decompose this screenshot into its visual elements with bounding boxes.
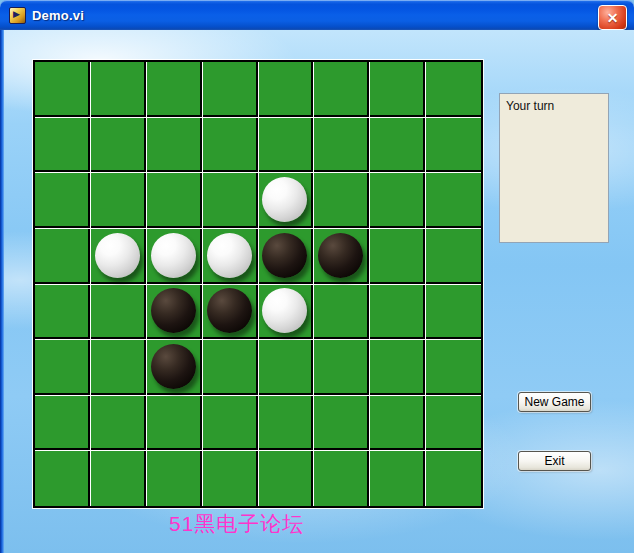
board-cell[interactable]	[35, 285, 90, 340]
board-cell[interactable]	[35, 229, 90, 284]
board-cell[interactable]	[426, 396, 481, 451]
board-cell[interactable]	[370, 118, 425, 173]
board-cell[interactable]	[370, 451, 425, 506]
board-cell[interactable]	[91, 285, 146, 340]
board-cell[interactable]	[147, 118, 202, 173]
board-cell[interactable]	[91, 451, 146, 506]
board-cell[interactable]	[147, 229, 202, 284]
board-cell[interactable]	[35, 396, 90, 451]
close-icon: ✕	[607, 11, 619, 25]
window-left-border	[0, 30, 4, 553]
board-cell[interactable]	[203, 451, 258, 506]
board-cell[interactable]	[370, 229, 425, 284]
new-game-button[interactable]: New Game	[518, 392, 591, 412]
status-text: Your turn	[506, 99, 554, 113]
board-cell[interactable]	[259, 62, 314, 117]
labview-vi-icon	[9, 7, 26, 24]
board-cell[interactable]	[35, 118, 90, 173]
board-cell[interactable]	[426, 62, 481, 117]
board-cell[interactable]	[370, 62, 425, 117]
board-cell[interactable]	[35, 62, 90, 117]
board-cell[interactable]	[91, 340, 146, 395]
board-cell[interactable]	[314, 451, 369, 506]
close-button[interactable]: ✕	[598, 5, 627, 30]
white-piece	[262, 288, 307, 333]
app-window: Demo.vi ✕ Your turn New Game Exit 51黑电子论…	[0, 0, 634, 553]
board-cell[interactable]	[259, 451, 314, 506]
board-cell[interactable]	[147, 285, 202, 340]
board-cell[interactable]	[426, 340, 481, 395]
exit-button[interactable]: Exit	[518, 451, 591, 471]
status-panel: Your turn	[499, 93, 609, 243]
board-cell[interactable]	[259, 173, 314, 228]
black-piece	[151, 344, 196, 389]
black-piece	[151, 288, 196, 333]
board-cell[interactable]	[314, 229, 369, 284]
board-cell[interactable]	[91, 229, 146, 284]
board-cell[interactable]	[426, 451, 481, 506]
white-piece	[262, 177, 307, 222]
board	[33, 60, 483, 508]
board-cell[interactable]	[35, 451, 90, 506]
board-cell[interactable]	[370, 173, 425, 228]
titlebar[interactable]: Demo.vi ✕	[0, 0, 634, 30]
board-cell[interactable]	[314, 396, 369, 451]
board-cell[interactable]	[314, 285, 369, 340]
board-cell[interactable]	[370, 396, 425, 451]
board-cell[interactable]	[259, 285, 314, 340]
black-piece	[262, 233, 307, 278]
board-cell[interactable]	[259, 229, 314, 284]
board-cell[interactable]	[91, 118, 146, 173]
board-cell[interactable]	[259, 340, 314, 395]
board-cell[interactable]	[203, 62, 258, 117]
board-cell[interactable]	[259, 396, 314, 451]
board-cell[interactable]	[91, 173, 146, 228]
board-cell[interactable]	[314, 118, 369, 173]
board-cell[interactable]	[203, 173, 258, 228]
board-cell[interactable]	[91, 62, 146, 117]
board-cell[interactable]	[426, 229, 481, 284]
board-cell[interactable]	[35, 340, 90, 395]
board-cell[interactable]	[259, 118, 314, 173]
board-cell[interactable]	[147, 173, 202, 228]
board-cell[interactable]	[426, 285, 481, 340]
board-cell[interactable]	[147, 340, 202, 395]
new-game-button-label: New Game	[524, 395, 584, 409]
board-cell[interactable]	[203, 285, 258, 340]
board-cell[interactable]	[147, 396, 202, 451]
board-cell[interactable]	[426, 118, 481, 173]
board-cell[interactable]	[203, 118, 258, 173]
exit-button-label: Exit	[544, 454, 564, 468]
black-piece	[207, 288, 252, 333]
board-cell[interactable]	[203, 396, 258, 451]
white-piece	[95, 233, 140, 278]
board-cell[interactable]	[426, 173, 481, 228]
board-cell[interactable]	[147, 62, 202, 117]
board-cell[interactable]	[370, 285, 425, 340]
board-cell[interactable]	[314, 340, 369, 395]
white-piece	[151, 233, 196, 278]
board-cell[interactable]	[370, 340, 425, 395]
board-cell[interactable]	[314, 173, 369, 228]
black-piece	[318, 233, 363, 278]
window-title: Demo.vi	[32, 8, 84, 23]
board-cell[interactable]	[91, 396, 146, 451]
board-cell[interactable]	[314, 62, 369, 117]
board-cell[interactable]	[35, 173, 90, 228]
board-cell[interactable]	[203, 229, 258, 284]
board-cell[interactable]	[203, 340, 258, 395]
board-cell[interactable]	[147, 451, 202, 506]
white-piece	[207, 233, 252, 278]
credit-text: 51黑电子论坛	[169, 510, 304, 538]
